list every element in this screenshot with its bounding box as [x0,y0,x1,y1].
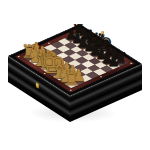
brass-latch-icon [36,82,39,89]
king-finial-icon [101,31,104,34]
chess-set-product-photo: ♜♞♝♛♚♝♞♜♟♟♟♟♟♟♟♟♟♟♟♟♟♟♟♟♜♞♝♛♚♝♞♜ [0,0,150,150]
